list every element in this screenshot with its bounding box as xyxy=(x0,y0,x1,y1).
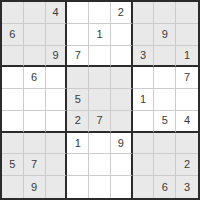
cell-r2c3-empty[interactable] xyxy=(46,24,68,46)
cell-r1c3-given[interactable]: 4 xyxy=(46,2,68,24)
cell-r2c1-given[interactable]: 6 xyxy=(2,24,24,46)
cell-r6c1-empty[interactable] xyxy=(2,111,24,133)
cell-r4c9-given[interactable]: 7 xyxy=(176,67,198,89)
cell-r8c5-empty[interactable] xyxy=(89,154,111,176)
cell-r6c2-empty[interactable] xyxy=(24,111,46,133)
cell-r5c6-empty[interactable] xyxy=(111,89,133,111)
cell-r4c2-given[interactable]: 6 xyxy=(24,67,46,89)
cell-r1c2-empty[interactable] xyxy=(24,2,46,24)
cell-r5c8-empty[interactable] xyxy=(154,89,176,111)
cell-r7c2-empty[interactable] xyxy=(24,133,46,155)
cell-r3c2-empty[interactable] xyxy=(24,46,46,68)
cell-r6c4-given[interactable]: 2 xyxy=(67,111,89,133)
cell-r8c1-given[interactable]: 5 xyxy=(2,154,24,176)
cell-r3c9-given[interactable]: 1 xyxy=(176,46,198,68)
cell-r8c6-empty[interactable] xyxy=(111,154,133,176)
cell-r2c6-empty[interactable] xyxy=(111,24,133,46)
cell-r7c8-empty[interactable] xyxy=(154,133,176,155)
cell-r1c1-empty[interactable] xyxy=(2,2,24,24)
cell-r1c7-empty[interactable] xyxy=(133,2,155,24)
cell-r2c8-given[interactable]: 9 xyxy=(154,24,176,46)
cell-r1c4-empty[interactable] xyxy=(67,2,89,24)
cell-r5c5-empty[interactable] xyxy=(89,89,111,111)
cell-r9c2-given[interactable]: 9 xyxy=(24,176,46,198)
cell-r2c4-empty[interactable] xyxy=(67,24,89,46)
cell-r1c6-given[interactable]: 2 xyxy=(111,2,133,24)
cell-r7c7-empty[interactable] xyxy=(133,133,155,155)
cell-r6c3-empty[interactable] xyxy=(46,111,68,133)
cell-r9c8-given[interactable]: 6 xyxy=(154,176,176,198)
cell-r4c4-empty[interactable] xyxy=(67,67,89,89)
cell-r7c9-empty[interactable] xyxy=(176,133,198,155)
cell-r8c3-empty[interactable] xyxy=(46,154,68,176)
cell-r9c3-empty[interactable] xyxy=(46,176,68,198)
cell-r7c1-empty[interactable] xyxy=(2,133,24,155)
cell-r5c4-given[interactable]: 5 xyxy=(67,89,89,111)
cell-r8c4-empty[interactable] xyxy=(67,154,89,176)
cell-r6c6-empty[interactable] xyxy=(111,111,133,133)
cell-r1c5-empty[interactable] xyxy=(89,2,111,24)
cell-r1c8-empty[interactable] xyxy=(154,2,176,24)
cell-r2c9-empty[interactable] xyxy=(176,24,198,46)
cell-r9c9-given[interactable]: 3 xyxy=(176,176,198,198)
cell-r7c6-given[interactable]: 9 xyxy=(111,133,133,155)
cell-r5c1-empty[interactable] xyxy=(2,89,24,111)
cell-r4c1-empty[interactable] xyxy=(2,67,24,89)
cell-r3c1-empty[interactable] xyxy=(2,46,24,68)
cell-r7c4-given[interactable]: 1 xyxy=(67,133,89,155)
cell-r7c5-empty[interactable] xyxy=(89,133,111,155)
cell-r4c3-empty[interactable] xyxy=(46,67,68,89)
cell-r3c4-given[interactable]: 7 xyxy=(67,46,89,68)
cell-r3c6-empty[interactable] xyxy=(111,46,133,68)
cell-r4c6-empty[interactable] xyxy=(111,67,133,89)
cell-r6c8-given[interactable]: 5 xyxy=(154,111,176,133)
cell-r1c9-empty[interactable] xyxy=(176,2,198,24)
cell-r6c9-given[interactable]: 4 xyxy=(176,111,198,133)
cell-r6c7-empty[interactable] xyxy=(133,111,155,133)
cell-r5c3-empty[interactable] xyxy=(46,89,68,111)
cell-r7c3-empty[interactable] xyxy=(46,133,68,155)
cell-r2c5-given[interactable]: 1 xyxy=(89,24,111,46)
cell-r3c5-empty[interactable] xyxy=(89,46,111,68)
sudoku-board: 4261997316751275419572963 xyxy=(0,0,200,200)
cell-r9c1-empty[interactable] xyxy=(2,176,24,198)
cell-r4c8-empty[interactable] xyxy=(154,67,176,89)
cell-r4c5-empty[interactable] xyxy=(89,67,111,89)
cell-r9c5-empty[interactable] xyxy=(89,176,111,198)
cell-r3c3-given[interactable]: 9 xyxy=(46,46,68,68)
cell-r4c7-empty[interactable] xyxy=(133,67,155,89)
cell-r2c7-empty[interactable] xyxy=(133,24,155,46)
cell-r9c7-empty[interactable] xyxy=(133,176,155,198)
cell-r9c4-empty[interactable] xyxy=(67,176,89,198)
cell-r2c2-empty[interactable] xyxy=(24,24,46,46)
cell-r5c2-empty[interactable] xyxy=(24,89,46,111)
cell-r3c7-given[interactable]: 3 xyxy=(133,46,155,68)
cell-r8c8-empty[interactable] xyxy=(154,154,176,176)
cell-r8c9-given[interactable]: 2 xyxy=(176,154,198,176)
cell-r9c6-empty[interactable] xyxy=(111,176,133,198)
cell-r8c7-empty[interactable] xyxy=(133,154,155,176)
cell-r3c8-empty[interactable] xyxy=(154,46,176,68)
cell-r5c7-given[interactable]: 1 xyxy=(133,89,155,111)
cell-r8c2-given[interactable]: 7 xyxy=(24,154,46,176)
cell-r6c5-given[interactable]: 7 xyxy=(89,111,111,133)
cell-r5c9-empty[interactable] xyxy=(176,89,198,111)
